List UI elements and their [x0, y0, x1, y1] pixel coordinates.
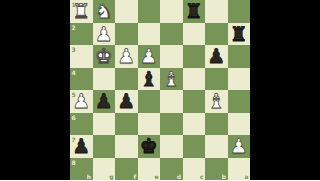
square-g4[interactable]: [93, 68, 116, 91]
rank-label-3: 3: [72, 46, 76, 53]
file-label-d: d: [177, 173, 181, 180]
square-d2[interactable]: [160, 23, 183, 46]
square-c2[interactable]: [183, 23, 206, 46]
square-c7[interactable]: [183, 135, 206, 158]
square-d4[interactable]: ♝: [160, 68, 183, 91]
piece-black-king-e7[interactable]: ♚: [140, 135, 158, 158]
square-c8[interactable]: c: [183, 158, 206, 181]
square-d8[interactable]: d: [160, 158, 183, 181]
square-b2[interactable]: [205, 23, 228, 46]
rank-label-6: 6: [72, 114, 76, 121]
square-d6[interactable]: [160, 113, 183, 136]
file-label-e: e: [154, 173, 158, 180]
square-g8[interactable]: g: [93, 158, 116, 181]
square-a1[interactable]: [228, 0, 251, 23]
square-h1[interactable]: 1♜: [70, 0, 93, 23]
piece-white-knight-g1[interactable]: ♞: [95, 0, 113, 23]
square-e5[interactable]: [138, 90, 161, 113]
piece-white-pawn-a7[interactable]: ♟: [230, 135, 248, 158]
square-g7[interactable]: [93, 135, 116, 158]
square-c4[interactable]: [183, 68, 206, 91]
square-a2[interactable]: ♜: [228, 23, 251, 46]
square-g5[interactable]: ♟: [93, 90, 116, 113]
square-a6[interactable]: [228, 113, 251, 136]
piece-white-rook-h1[interactable]: ♜: [72, 0, 90, 23]
rank-label-4: 4: [72, 69, 76, 76]
piece-white-bishop-d4[interactable]: ♝: [162, 68, 180, 91]
square-b4[interactable]: [205, 68, 228, 91]
square-a8[interactable]: a: [228, 158, 251, 181]
square-d5[interactable]: [160, 90, 183, 113]
piece-black-bishop-e4[interactable]: ♝: [140, 68, 158, 91]
square-d3[interactable]: [160, 45, 183, 68]
file-label-h: h: [87, 173, 91, 180]
square-b6[interactable]: [205, 113, 228, 136]
square-f8[interactable]: f: [115, 158, 138, 181]
square-e2[interactable]: [138, 23, 161, 46]
square-g1[interactable]: ♞: [93, 0, 116, 23]
file-label-g: g: [109, 173, 113, 180]
square-e4[interactable]: ♝: [138, 68, 161, 91]
square-d7[interactable]: [160, 135, 183, 158]
page-background: 1♜♞♜2♟♜3♚♟♟♟4♝♝5♟♟♟♝67♟♚♟8hgfedcba: [0, 0, 320, 180]
square-b7[interactable]: [205, 135, 228, 158]
square-e8[interactable]: e: [138, 158, 161, 181]
file-label-f: f: [133, 173, 136, 180]
chess-board: 1♜♞♜2♟♜3♚♟♟♟4♝♝5♟♟♟♝67♟♚♟8hgfedcba: [70, 0, 250, 180]
square-h7[interactable]: 7♟: [70, 135, 93, 158]
file-label-b: b: [222, 173, 226, 180]
square-b1[interactable]: [205, 0, 228, 23]
piece-black-pawn-f5[interactable]: ♟: [117, 90, 135, 113]
square-c1[interactable]: ♜: [183, 0, 206, 23]
square-f7[interactable]: [115, 135, 138, 158]
file-label-a: a: [244, 173, 248, 180]
piece-white-pawn-e3[interactable]: ♟: [140, 45, 158, 68]
square-h4[interactable]: 4: [70, 68, 93, 91]
square-h8[interactable]: 8h: [70, 158, 93, 181]
square-g3[interactable]: ♚: [93, 45, 116, 68]
square-e3[interactable]: ♟: [138, 45, 161, 68]
square-e1[interactable]: [138, 0, 161, 23]
piece-white-pawn-h5[interactable]: ♟: [72, 90, 90, 113]
rank-label-8: 8: [72, 159, 76, 166]
square-f3[interactable]: ♟: [115, 45, 138, 68]
square-b3[interactable]: ♟: [205, 45, 228, 68]
piece-black-rook-c1[interactable]: ♜: [185, 0, 203, 23]
square-d1[interactable]: [160, 0, 183, 23]
piece-white-bishop-b5[interactable]: ♝: [207, 90, 225, 113]
rank-label-2: 2: [72, 24, 76, 31]
square-b8[interactable]: b: [205, 158, 228, 181]
square-f2[interactable]: [115, 23, 138, 46]
square-f5[interactable]: ♟: [115, 90, 138, 113]
square-f6[interactable]: [115, 113, 138, 136]
square-e6[interactable]: [138, 113, 161, 136]
piece-white-king-g3[interactable]: ♚: [95, 45, 113, 68]
square-e7[interactable]: ♚: [138, 135, 161, 158]
square-h5[interactable]: 5♟: [70, 90, 93, 113]
square-h2[interactable]: 2: [70, 23, 93, 46]
square-b5[interactable]: ♝: [205, 90, 228, 113]
square-a7[interactable]: ♟: [228, 135, 251, 158]
piece-black-pawn-b3[interactable]: ♟: [207, 45, 225, 68]
square-h6[interactable]: 6: [70, 113, 93, 136]
piece-black-rook-a2[interactable]: ♜: [230, 23, 248, 46]
square-a3[interactable]: [228, 45, 251, 68]
square-f1[interactable]: [115, 0, 138, 23]
square-g2[interactable]: ♟: [93, 23, 116, 46]
square-a4[interactable]: [228, 68, 251, 91]
piece-white-pawn-g2[interactable]: ♟: [95, 23, 113, 46]
square-c6[interactable]: [183, 113, 206, 136]
square-c3[interactable]: [183, 45, 206, 68]
square-c5[interactable]: [183, 90, 206, 113]
piece-black-pawn-g5[interactable]: ♟: [95, 90, 113, 113]
square-g6[interactable]: [93, 113, 116, 136]
piece-white-pawn-f3[interactable]: ♟: [117, 45, 135, 68]
file-label-c: c: [200, 173, 204, 180]
square-a5[interactable]: [228, 90, 251, 113]
square-f4[interactable]: [115, 68, 138, 91]
square-h3[interactable]: 3: [70, 45, 93, 68]
piece-black-pawn-h7[interactable]: ♟: [72, 135, 90, 158]
